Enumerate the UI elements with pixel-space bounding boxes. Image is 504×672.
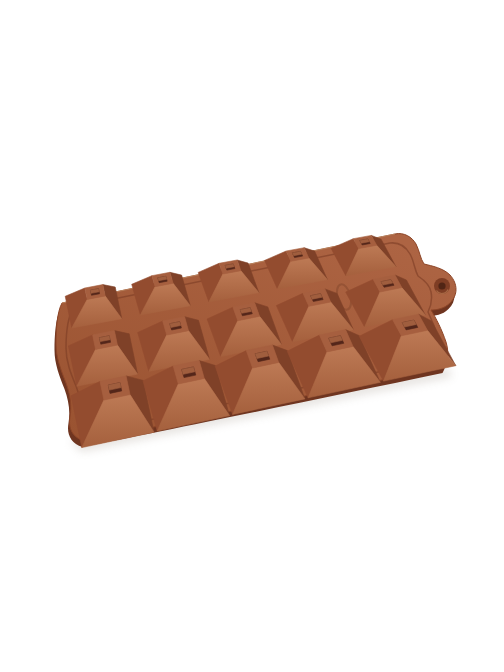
tab-hole	[438, 282, 445, 289]
chocolate-mold-illustration	[0, 0, 504, 672]
product-photo	[0, 0, 504, 672]
hang-tab-hole	[434, 278, 450, 294]
